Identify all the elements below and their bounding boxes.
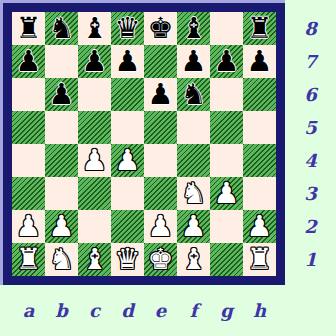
piece-white-king: ♚	[148, 243, 174, 276]
square-h1[interactable]: ♜	[243, 243, 276, 276]
chess-board: ♜♞♝♛♚♝♜♟♟♟♟♟♟♟♟♞♟♟♞♟♟♟♟♟♟♜♞♝♛♚♝♜	[12, 12, 276, 276]
piece-white-pawn: ♟	[82, 144, 108, 177]
square-f3[interactable]: ♞	[177, 177, 210, 210]
square-e1[interactable]: ♚	[144, 243, 177, 276]
piece-white-pawn: ♟	[115, 144, 141, 177]
square-g5[interactable]	[210, 111, 243, 144]
rank-label-4: 4	[285, 144, 336, 177]
square-b5[interactable]	[45, 111, 78, 144]
square-e4[interactable]	[144, 144, 177, 177]
piece-white-bishop: ♝	[181, 243, 207, 276]
square-d2[interactable]	[111, 210, 144, 243]
square-e2[interactable]: ♟	[144, 210, 177, 243]
square-a1[interactable]: ♜	[12, 243, 45, 276]
square-a5[interactable]	[12, 111, 45, 144]
square-c5[interactable]	[78, 111, 111, 144]
square-d4[interactable]: ♟	[111, 144, 144, 177]
square-g3[interactable]: ♟	[210, 177, 243, 210]
square-e7[interactable]	[144, 45, 177, 78]
square-f1[interactable]: ♝	[177, 243, 210, 276]
square-h8[interactable]: ♜	[243, 12, 276, 45]
square-e5[interactable]	[144, 111, 177, 144]
square-h2[interactable]: ♟	[243, 210, 276, 243]
square-d6[interactable]	[111, 78, 144, 111]
piece-black-knight: ♞	[181, 78, 207, 111]
piece-black-king: ♚	[148, 12, 174, 45]
square-h3[interactable]	[243, 177, 276, 210]
piece-white-pawn: ♟	[148, 210, 174, 243]
square-b3[interactable]	[45, 177, 78, 210]
square-e3[interactable]	[144, 177, 177, 210]
square-f4[interactable]	[177, 144, 210, 177]
file-labels: abcdefgh	[12, 285, 276, 336]
piece-white-rook: ♜	[16, 243, 42, 276]
piece-white-rook: ♜	[247, 243, 273, 276]
piece-black-bishop: ♝	[181, 12, 207, 45]
square-a4[interactable]	[12, 144, 45, 177]
square-c6[interactable]	[78, 78, 111, 111]
square-a7[interactable]: ♟	[12, 45, 45, 78]
file-label-d: d	[111, 285, 144, 336]
piece-white-knight: ♞	[181, 177, 207, 210]
chessboard-screen: ♜♞♝♛♚♝♜♟♟♟♟♟♟♟♟♞♟♟♞♟♟♟♟♟♟♜♞♝♛♚♝♜ 8765432…	[0, 0, 336, 336]
file-label-a: a	[12, 285, 45, 336]
square-d5[interactable]	[111, 111, 144, 144]
square-c2[interactable]	[78, 210, 111, 243]
square-h7[interactable]: ♟	[243, 45, 276, 78]
square-a6[interactable]	[12, 78, 45, 111]
square-g1[interactable]	[210, 243, 243, 276]
board-edge-strip: ♜♞♝♛♚♝♜♟♟♟♟♟♟♟♟♞♟♟♞♟♟♟♟♟♟♜♞♝♛♚♝♜	[0, 0, 285, 285]
file-label-h: h	[243, 285, 276, 336]
square-b8[interactable]: ♞	[45, 12, 78, 45]
square-d8[interactable]: ♛	[111, 12, 144, 45]
piece-white-pawn: ♟	[247, 210, 273, 243]
rank-label-7: 7	[285, 45, 336, 78]
square-a3[interactable]	[12, 177, 45, 210]
piece-white-pawn: ♟	[181, 210, 207, 243]
board-frame: ♜♞♝♛♚♝♜♟♟♟♟♟♟♟♟♞♟♟♞♟♟♟♟♟♟♜♞♝♛♚♝♜	[3, 3, 285, 285]
square-f8[interactable]: ♝	[177, 12, 210, 45]
piece-black-queen: ♛	[115, 12, 141, 45]
square-f5[interactable]	[177, 111, 210, 144]
square-b6[interactable]: ♟	[45, 78, 78, 111]
square-e8[interactable]: ♚	[144, 12, 177, 45]
piece-black-pawn: ♟	[148, 78, 174, 111]
piece-black-pawn: ♟	[115, 45, 141, 78]
piece-white-pawn: ♟	[214, 177, 240, 210]
rank-labels: 87654321	[285, 12, 336, 276]
square-e6[interactable]: ♟	[144, 78, 177, 111]
square-b7[interactable]	[45, 45, 78, 78]
rank-label-2: 2	[285, 210, 336, 243]
piece-white-bishop: ♝	[82, 243, 108, 276]
square-c7[interactable]: ♟	[78, 45, 111, 78]
square-f2[interactable]: ♟	[177, 210, 210, 243]
square-g4[interactable]	[210, 144, 243, 177]
piece-white-pawn: ♟	[16, 210, 42, 243]
piece-black-rook: ♜	[247, 12, 273, 45]
square-b1[interactable]: ♞	[45, 243, 78, 276]
piece-black-pawn: ♟	[247, 45, 273, 78]
piece-black-pawn: ♟	[181, 45, 207, 78]
square-g7[interactable]: ♟	[210, 45, 243, 78]
file-label-b: b	[45, 285, 78, 336]
square-g2[interactable]	[210, 210, 243, 243]
square-g6[interactable]	[210, 78, 243, 111]
square-c3[interactable]	[78, 177, 111, 210]
piece-black-pawn: ♟	[49, 78, 75, 111]
piece-white-queen: ♛	[115, 243, 141, 276]
rank-label-3: 3	[285, 177, 336, 210]
file-label-c: c	[78, 285, 111, 336]
square-h4[interactable]	[243, 144, 276, 177]
rank-label-6: 6	[285, 78, 336, 111]
piece-black-bishop: ♝	[82, 12, 108, 45]
file-label-f: f	[177, 285, 210, 336]
square-h5[interactable]	[243, 111, 276, 144]
square-b4[interactable]	[45, 144, 78, 177]
square-b2[interactable]: ♟	[45, 210, 78, 243]
square-c8[interactable]: ♝	[78, 12, 111, 45]
square-g8[interactable]	[210, 12, 243, 45]
rank-label-5: 5	[285, 111, 336, 144]
piece-black-rook: ♜	[16, 12, 42, 45]
square-a2[interactable]: ♟	[12, 210, 45, 243]
square-c4[interactable]: ♟	[78, 144, 111, 177]
rank-label-8: 8	[285, 12, 336, 45]
piece-black-pawn: ♟	[82, 45, 108, 78]
file-label-g: g	[210, 285, 243, 336]
square-f6[interactable]: ♞	[177, 78, 210, 111]
square-f7[interactable]: ♟	[177, 45, 210, 78]
square-d1[interactable]: ♛	[111, 243, 144, 276]
piece-white-knight: ♞	[49, 243, 75, 276]
square-c1[interactable]: ♝	[78, 243, 111, 276]
piece-black-pawn: ♟	[16, 45, 42, 78]
square-d3[interactable]	[111, 177, 144, 210]
square-d7[interactable]: ♟	[111, 45, 144, 78]
file-label-e: e	[144, 285, 177, 336]
square-h6[interactable]	[243, 78, 276, 111]
piece-black-pawn: ♟	[214, 45, 240, 78]
square-a8[interactable]: ♜	[12, 12, 45, 45]
piece-white-pawn: ♟	[49, 210, 75, 243]
piece-black-knight: ♞	[49, 12, 75, 45]
rank-label-1: 1	[285, 243, 336, 276]
